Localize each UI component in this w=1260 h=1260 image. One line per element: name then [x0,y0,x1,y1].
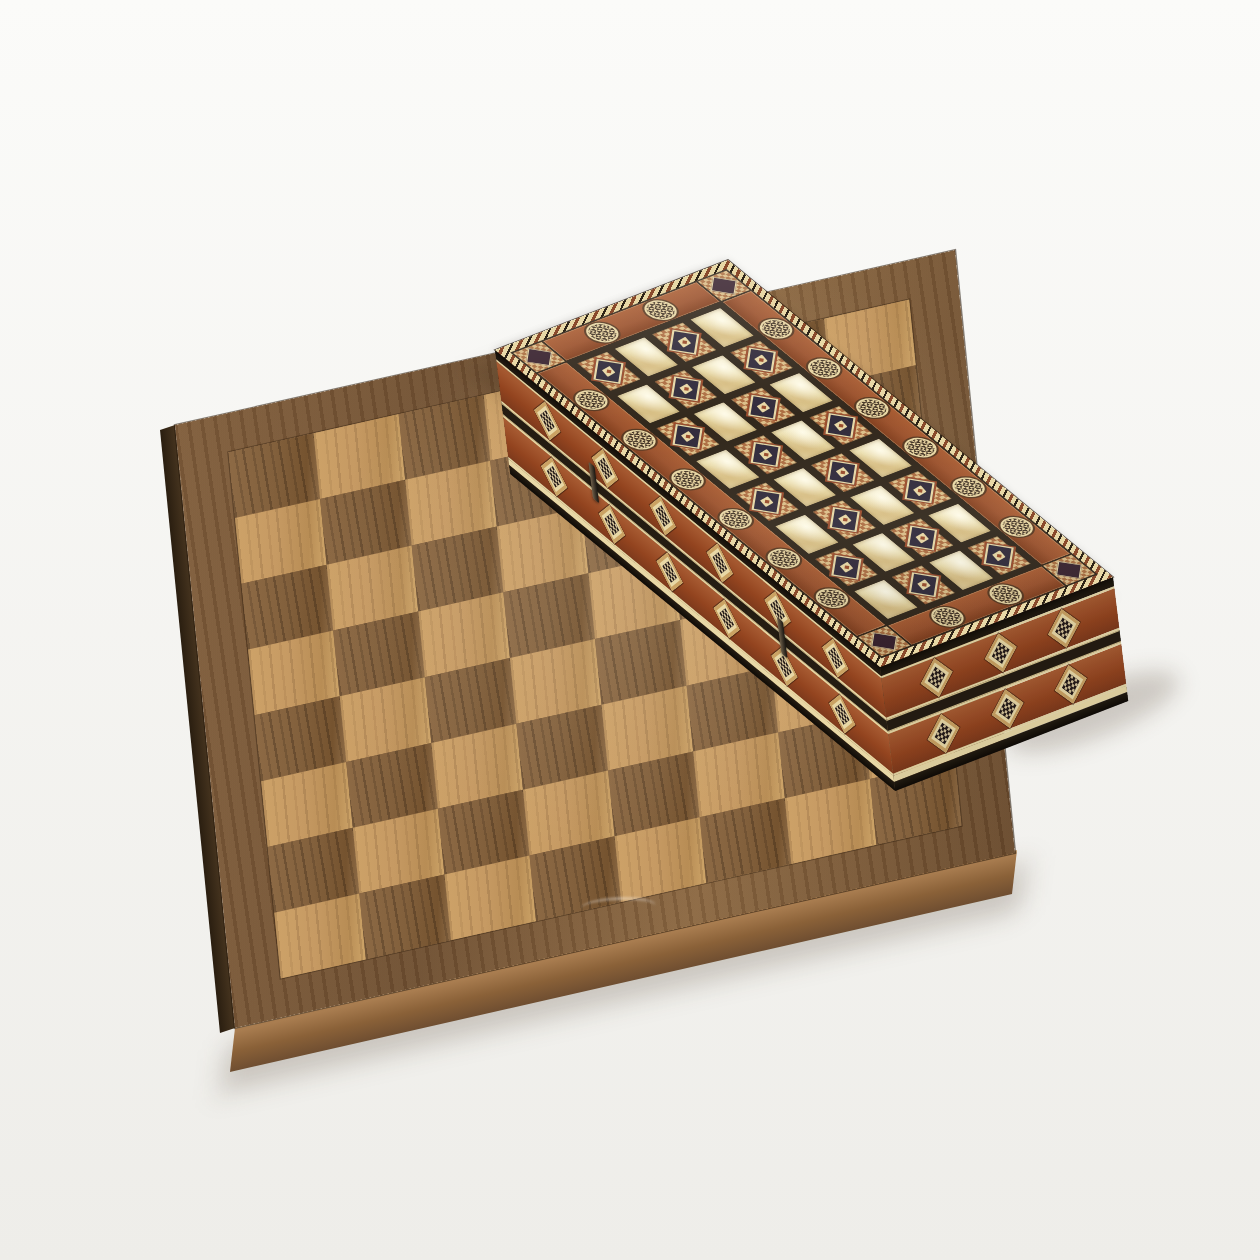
mosaic-center-dot [682,340,687,344]
scene [0,0,1260,1260]
side-diamond-core [598,458,613,480]
box-border-rosette [641,299,681,322]
mosaic-diamond [832,554,862,579]
mosaic-diamond [984,543,1014,568]
mosaic-diamond [671,377,701,402]
side-diamond-core [1062,673,1080,695]
side-diamond-core [828,647,843,669]
mosaic-center-dot [763,452,768,456]
side-diamond-core [777,656,792,678]
mosaic-diamond [673,424,703,449]
side-diamond-core [604,513,619,535]
box-side-diamond [927,714,959,753]
box-border-rosette [620,428,660,451]
box-border-rosette [583,321,623,344]
mosaic-center-dot [921,583,926,587]
mosaic-center-dot [917,488,922,492]
side-diamond-core [934,723,952,745]
box-side-diamond [1055,665,1087,704]
box-border-rosette [716,507,756,530]
mosaic-center-dot [840,470,845,474]
mosaic-center-dot [919,536,924,540]
mosaic-center-dot [997,554,1002,558]
box-border-rosette [986,583,1026,606]
mosaic-diamond [909,572,939,597]
mosaic-diamond [752,489,782,514]
side-diamond-core [662,561,677,583]
box-side-diamond [991,690,1023,729]
side-diamond-core [998,698,1016,720]
mosaic-center-dot [838,423,843,427]
mosaic-center-dot [842,518,847,522]
side-diamond-core [928,667,946,689]
box-border-rosette [928,605,968,628]
side-diamond-core [720,608,735,630]
side-diamond-core [1055,618,1073,640]
mosaic-diamond [748,395,778,420]
mosaic-diamond [830,507,860,532]
mosaic-diamond [907,525,937,550]
mosaic-diamond [747,348,777,373]
side-diamond-core [713,552,728,574]
box-border-rosette [901,436,941,459]
box-border-rosette [756,317,796,340]
mosaic-center-dot [761,405,766,409]
box-border-rosette [997,515,1037,538]
mosaic-diamond [594,359,624,384]
mosaic-diamond [669,330,699,355]
box-border-rosette [949,476,989,499]
box-side-diamond [984,634,1016,673]
box-border-rosette [812,587,852,610]
side-diamond-core [835,703,850,725]
box-border-rosette [764,547,804,570]
mosaic-diamond [905,478,935,503]
box-side-diamond [1048,609,1080,648]
mosaic-center-dot [606,369,611,373]
box-border-rosette [668,468,708,491]
box-side-diamond [921,658,953,697]
mosaic-diamond [750,442,780,467]
side-diamond-core [547,466,562,488]
side-diamond-core [655,505,670,527]
side-diamond-core [991,642,1009,664]
box-border-rosette [853,396,893,419]
side-diamond-core [540,410,555,432]
box-border-rosette [572,389,612,412]
mosaic-center-dot [844,565,849,569]
box-border-rosette [804,357,844,380]
mosaic-diamond [828,460,858,485]
mosaic-diamond [826,413,856,438]
